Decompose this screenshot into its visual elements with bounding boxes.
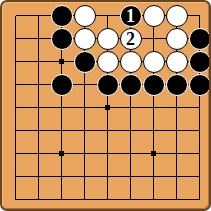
black-stone — [189, 28, 211, 50]
hoshi-point — [59, 59, 64, 64]
black-stone — [97, 74, 119, 96]
black-stone — [189, 51, 211, 73]
hoshi-point — [59, 151, 64, 156]
black-stone — [189, 74, 211, 96]
move-number-label: 1 — [126, 7, 135, 25]
hoshi-point — [151, 151, 156, 156]
black-stone — [51, 5, 73, 27]
white-stone — [143, 5, 165, 27]
black-stone — [166, 74, 188, 96]
white-stone — [166, 51, 188, 73]
white-stone — [74, 5, 96, 27]
white-stone: 2 — [120, 28, 142, 50]
white-stone — [74, 28, 96, 50]
white-stone — [97, 51, 119, 73]
black-stone — [51, 28, 73, 50]
hoshi-point — [105, 105, 110, 110]
go-board[interactable]: 12 — [0, 0, 211, 211]
white-stone — [97, 28, 119, 50]
black-stone — [143, 74, 165, 96]
move-number-label: 2 — [126, 30, 135, 48]
white-stone — [143, 51, 165, 73]
black-stone — [74, 51, 96, 73]
black-stone — [120, 74, 142, 96]
black-stone: 1 — [120, 5, 142, 27]
white-stone — [166, 28, 188, 50]
white-stone — [166, 5, 188, 27]
black-stone — [51, 74, 73, 96]
white-stone — [120, 51, 142, 73]
